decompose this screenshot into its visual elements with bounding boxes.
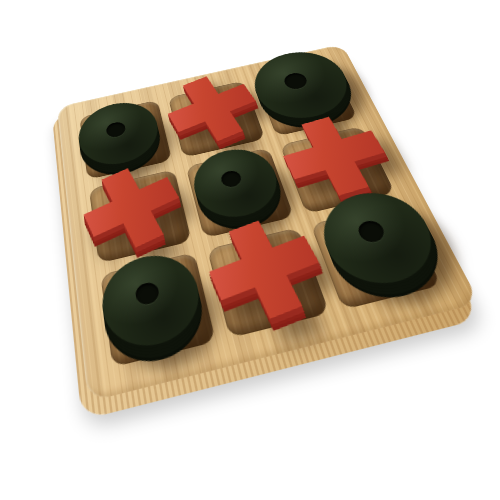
cell-r3c3 bbox=[311, 203, 442, 310]
cell-r1c2 bbox=[168, 81, 266, 158]
o-hole-icon bbox=[105, 121, 126, 139]
o-hole-icon bbox=[134, 281, 160, 307]
o-hole-icon bbox=[282, 71, 309, 90]
x-cross-icon bbox=[157, 67, 270, 153]
tic-tac-toe-board bbox=[57, 44, 480, 402]
piece-o-r3c1 bbox=[98, 246, 208, 355]
o-hole-icon bbox=[220, 169, 244, 189]
o-hole-icon bbox=[355, 218, 388, 244]
piece-x-r1c2 bbox=[163, 70, 265, 149]
board-face bbox=[57, 44, 480, 402]
cell-r2c1 bbox=[89, 169, 192, 264]
piece-o-r2c2 bbox=[187, 142, 287, 225]
piece-x-r3c2 bbox=[201, 212, 332, 328]
product-photo: Wooden tic-tac-toe (noughts and crosses)… bbox=[0, 0, 500, 500]
cell-r3c1 bbox=[100, 253, 215, 368]
cell-r3c2 bbox=[207, 228, 330, 339]
piece-o-r1c1 bbox=[76, 96, 165, 172]
board-grid bbox=[57, 44, 480, 402]
